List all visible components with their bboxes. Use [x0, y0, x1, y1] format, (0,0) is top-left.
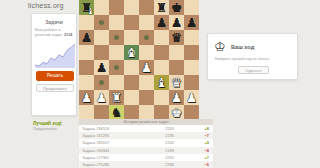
black-knight[interactable]: ♞ — [109, 105, 124, 120]
square-f4[interactable] — [154, 60, 169, 75]
rating-history-chart — [35, 42, 75, 68]
square-a1[interactable] — [79, 105, 94, 120]
square-b5[interactable] — [94, 45, 109, 60]
white-rook[interactable]: ♜ — [109, 90, 124, 105]
square-g8[interactable]: ♚ — [169, 0, 184, 15]
square-f2[interactable] — [154, 90, 169, 105]
lichess-logo[interactable]: lichess.org — [28, 2, 64, 9]
move-dest-dot[interactable] — [99, 80, 104, 85]
square-d1[interactable] — [124, 105, 139, 120]
move-dest-dot[interactable] — [99, 20, 104, 25]
history-rating: 2195 — [134, 133, 174, 138]
square-e5[interactable] — [139, 45, 154, 60]
history-rating: 2203 — [134, 126, 174, 131]
white-bishop[interactable]: ♝ — [154, 75, 169, 90]
black-pawn[interactable]: ♟ — [79, 30, 94, 45]
square-c3[interactable] — [109, 75, 124, 90]
history-rating: 2202 — [134, 140, 174, 145]
square-a2[interactable]: ♟ — [79, 90, 94, 105]
history-puzzle-id: Задача #96518 — [79, 126, 134, 131]
square-d6[interactable] — [124, 30, 139, 45]
white-pawn[interactable]: ♟ — [79, 90, 94, 105]
continue-button[interactable]: Продолжить — [36, 84, 74, 92]
square-f1[interactable] — [154, 105, 169, 120]
square-a7[interactable] — [79, 15, 94, 30]
square-g4[interactable] — [169, 60, 184, 75]
history-row[interactable]: Задача #273012201+7 — [79, 154, 213, 161]
square-b4[interactable]: ♟ — [94, 60, 109, 75]
history-rating: 2194 — [134, 162, 174, 167]
puzzle-card-title: Задачи — [32, 19, 76, 25]
square-f5[interactable] — [154, 45, 169, 60]
selected-origin-ring — [128, 49, 135, 56]
square-e2[interactable] — [139, 90, 154, 105]
square-c2[interactable]: ♜ — [109, 90, 124, 105]
square-g6[interactable]: ♛ — [169, 30, 184, 45]
white-pawn[interactable]: ♟ — [184, 90, 199, 105]
square-e6[interactable] — [139, 30, 154, 45]
square-e4[interactable]: ♟ — [139, 60, 154, 75]
square-c4[interactable] — [109, 60, 124, 75]
history-puzzle-id: Задача #60944 — [79, 148, 134, 153]
square-e8[interactable] — [139, 0, 154, 15]
white-pawn[interactable]: ♟ — [94, 90, 109, 105]
white-pawn[interactable]: ♟ — [139, 60, 154, 75]
black-pawn[interactable]: ♟ — [94, 60, 109, 75]
square-g5[interactable] — [169, 45, 184, 60]
history-row[interactable]: Задача #609442193−8 — [79, 147, 213, 154]
square-e7[interactable] — [139, 15, 154, 30]
square-e3[interactable] — [139, 75, 154, 90]
square-d8[interactable] — [124, 0, 139, 15]
white-pawn[interactable]: ♟ — [169, 90, 184, 105]
square-d7[interactable] — [124, 15, 139, 30]
square-h3[interactable] — [184, 75, 199, 90]
history-rating-delta: −8 — [174, 148, 213, 153]
chess-board[interactable]: ♜♝♜♚♟♟♟♟♛♝♟♟♝♛♟♟♜♟♟♞♚ — [79, 0, 199, 120]
square-b2[interactable]: ♟ — [94, 90, 109, 105]
move-dest-dot[interactable] — [114, 65, 119, 70]
square-c5[interactable] — [109, 45, 124, 60]
square-h7[interactable]: ♟ — [184, 15, 199, 30]
turn-subtitle: Найдите лучший ход за белых. — [215, 57, 295, 61]
history-row[interactable]: Задача #831572202+9 — [79, 139, 213, 146]
history-puzzle-id: Задача #27301 — [79, 155, 134, 160]
square-a5[interactable] — [79, 45, 94, 60]
black-pawn[interactable]: ♟ — [154, 15, 169, 30]
black-king[interactable]: ♚ — [169, 0, 184, 15]
history-puzzle-id: Задача #75286 — [79, 162, 134, 167]
square-a8[interactable]: ♜♝ — [79, 0, 94, 15]
square-f6[interactable] — [154, 30, 169, 45]
white-king[interactable]: ♚ — [169, 105, 184, 120]
move-dest-dot[interactable] — [144, 35, 149, 40]
move-dest-dot[interactable] — [114, 35, 119, 40]
puzzle-sidebar-card: Задачи Ваш рейтинг в решении задач: 2104… — [31, 13, 77, 116]
square-h8[interactable] — [184, 0, 199, 15]
square-c7[interactable] — [109, 15, 124, 30]
square-a3[interactable] — [79, 75, 94, 90]
square-b7[interactable] — [94, 15, 109, 30]
history-rating: 2193 — [134, 148, 174, 153]
square-g7[interactable]: ♟ — [169, 15, 184, 30]
history-puzzle-id: Задача #41295 — [79, 133, 134, 138]
history-rating-delta: +9 — [174, 140, 213, 145]
puzzle-rating-text: Ваш рейтинг в решении задач: 2104 — [35, 28, 73, 38]
square-g3[interactable]: ♛ — [169, 75, 184, 90]
square-d2[interactable] — [124, 90, 139, 105]
square-b3[interactable] — [94, 75, 109, 90]
history-rating-delta: −7 — [174, 133, 213, 138]
square-h1[interactable] — [184, 105, 199, 120]
turn-panel: ♔ Ваш ход Найдите лучший ход за белых. С… — [207, 33, 298, 80]
square-c8[interactable] — [109, 0, 124, 15]
square-a4[interactable] — [79, 60, 94, 75]
give-up-button[interactable]: Сдаться — [238, 66, 269, 74]
train-button[interactable]: Решать — [36, 71, 74, 81]
black-rook[interactable]: ♜ — [154, 0, 169, 15]
square-d3[interactable] — [124, 75, 139, 90]
square-a6[interactable]: ♟ — [79, 30, 94, 45]
square-d4[interactable] — [124, 60, 139, 75]
square-g2[interactable]: ♟ — [169, 90, 184, 105]
square-c1[interactable]: ♞ — [109, 105, 124, 120]
square-h2[interactable]: ♟ — [184, 90, 199, 105]
feedback-line2: Продолжайте — [33, 127, 77, 131]
square-b8[interactable] — [94, 0, 109, 15]
history-rating-delta: +8 — [174, 126, 213, 131]
square-e1[interactable] — [139, 105, 154, 120]
square-c6[interactable] — [109, 30, 124, 45]
square-f3[interactable]: ♝ — [154, 75, 169, 90]
puzzle-history: История решённых задач Задача #965182203… — [79, 119, 213, 168]
puzzle-rating-value: 2104 — [64, 33, 72, 37]
square-f8[interactable]: ♜ — [154, 0, 169, 15]
square-f7[interactable]: ♟ — [154, 15, 169, 30]
history-rating-delta: +7 — [174, 155, 213, 160]
puzzle-rating-label: Ваш рейтинг в решении задач: — [35, 28, 63, 37]
history-rating: 2201 — [134, 155, 174, 160]
turn-title: Ваш ход — [231, 44, 254, 50]
puzzle-feedback: Лучший ход! Продолжайте — [33, 121, 77, 131]
black-queen[interactable]: ♛ — [169, 30, 184, 45]
square-h5[interactable] — [184, 45, 199, 60]
square-h6[interactable] — [184, 30, 199, 45]
square-b1[interactable] — [94, 105, 109, 120]
history-rating-delta: −6 — [174, 162, 213, 167]
history-row[interactable]: Задача #412952195−7 — [79, 132, 213, 139]
square-d5[interactable]: ♝ — [124, 45, 139, 60]
history-row[interactable]: Задача #752862194−6 — [79, 161, 213, 168]
square-g1[interactable]: ♚ — [169, 105, 184, 120]
square-h4[interactable] — [184, 60, 199, 75]
feedback-line1: Лучший ход! — [33, 121, 77, 126]
history-puzzle-id: Задача #83157 — [79, 140, 134, 145]
black-pawn[interactable]: ♟ — [169, 15, 184, 30]
white-queen[interactable]: ♛ — [169, 75, 184, 90]
white-king-icon: ♔ — [214, 40, 226, 54]
history-row[interactable]: Задача #965182203+8 — [79, 125, 213, 132]
black-pawn[interactable]: ♟ — [184, 15, 199, 30]
square-b6[interactable] — [94, 30, 109, 45]
